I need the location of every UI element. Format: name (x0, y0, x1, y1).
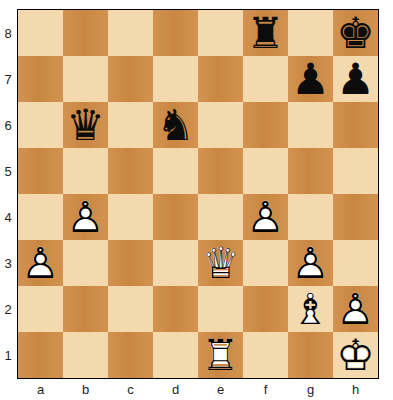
square-g1[interactable] (288, 332, 333, 378)
square-f8[interactable]: ♜ (243, 10, 288, 56)
rank-label-8: 8 (0, 10, 16, 56)
black-pawn-glyph: ♟ (288, 56, 333, 102)
white-pawn[interactable]: ♟♙ (243, 194, 288, 240)
square-d1[interactable] (153, 332, 198, 378)
square-f3[interactable] (243, 240, 288, 286)
white-bishop-outline: ♗ (288, 286, 333, 332)
square-b6[interactable]: ♛ (63, 102, 108, 148)
file-label-g: g (288, 380, 333, 398)
white-rook[interactable]: ♜♖ (198, 332, 243, 378)
square-e2[interactable] (198, 286, 243, 332)
white-king[interactable]: ♚♔ (333, 332, 378, 378)
square-e3[interactable]: ♛♕ (198, 240, 243, 286)
square-a4[interactable] (18, 194, 63, 240)
square-e6[interactable] (198, 102, 243, 148)
square-g8[interactable] (288, 10, 333, 56)
square-e8[interactable] (198, 10, 243, 56)
rank-label-7: 7 (0, 56, 16, 102)
rank-labels: 87654321 (0, 10, 16, 378)
square-f6[interactable] (243, 102, 288, 148)
square-d3[interactable] (153, 240, 198, 286)
square-g2[interactable]: ♝♗ (288, 286, 333, 332)
black-king[interactable]: ♚ (333, 10, 378, 56)
square-f5[interactable] (243, 148, 288, 194)
square-a2[interactable] (18, 286, 63, 332)
black-rook-glyph: ♜ (243, 10, 288, 56)
square-d4[interactable] (153, 194, 198, 240)
black-queen[interactable]: ♛ (63, 102, 108, 148)
square-a6[interactable] (18, 102, 63, 148)
file-label-h: h (333, 380, 378, 398)
square-b2[interactable] (63, 286, 108, 332)
square-d8[interactable] (153, 10, 198, 56)
square-d7[interactable] (153, 56, 198, 102)
square-h5[interactable] (333, 148, 378, 194)
square-c3[interactable] (108, 240, 153, 286)
square-b5[interactable] (63, 148, 108, 194)
square-f7[interactable] (243, 56, 288, 102)
white-pawn-outline: ♙ (63, 194, 108, 240)
square-a8[interactable] (18, 10, 63, 56)
white-bishop[interactable]: ♝♗ (288, 286, 333, 332)
file-label-a: a (18, 380, 63, 398)
square-e7[interactable] (198, 56, 243, 102)
square-g6[interactable] (288, 102, 333, 148)
square-a5[interactable] (18, 148, 63, 194)
square-f4[interactable]: ♟♙ (243, 194, 288, 240)
square-h8[interactable]: ♚ (333, 10, 378, 56)
square-h2[interactable]: ♟♙ (333, 286, 378, 332)
white-pawn-outline: ♙ (288, 240, 333, 286)
square-h4[interactable] (333, 194, 378, 240)
square-b7[interactable] (63, 56, 108, 102)
black-knight[interactable]: ♞ (153, 102, 198, 148)
square-h1[interactable]: ♚♔ (333, 332, 378, 378)
rank-label-3: 3 (0, 240, 16, 286)
rank-label-4: 4 (0, 194, 16, 240)
white-rook-outline: ♖ (198, 332, 243, 378)
square-c8[interactable] (108, 10, 153, 56)
rank-label-5: 5 (0, 148, 16, 194)
white-pawn-outline: ♙ (333, 286, 378, 332)
rank-label-1: 1 (0, 332, 16, 378)
square-g7[interactable]: ♟ (288, 56, 333, 102)
square-b1[interactable] (63, 332, 108, 378)
square-c4[interactable] (108, 194, 153, 240)
black-knight-glyph: ♞ (153, 102, 198, 148)
square-d5[interactable] (153, 148, 198, 194)
file-label-b: b (63, 380, 108, 398)
white-queen[interactable]: ♛♕ (198, 240, 243, 286)
square-h6[interactable] (333, 102, 378, 148)
square-c5[interactable] (108, 148, 153, 194)
square-c7[interactable] (108, 56, 153, 102)
file-labels: abcdefgh (18, 380, 378, 398)
white-pawn[interactable]: ♟♙ (18, 240, 63, 286)
file-label-c: c (108, 380, 153, 398)
chess-board: ♜♚♟♟♛♞♟♙♟♙♟♙♛♕♟♙♝♗♟♙♜♖♚♔ (17, 9, 379, 379)
square-c6[interactable] (108, 102, 153, 148)
square-g3[interactable]: ♟♙ (288, 240, 333, 286)
square-e5[interactable] (198, 148, 243, 194)
square-b3[interactable] (63, 240, 108, 286)
white-pawn[interactable]: ♟♙ (288, 240, 333, 286)
file-label-f: f (243, 380, 288, 398)
square-b4[interactable]: ♟♙ (63, 194, 108, 240)
square-d2[interactable] (153, 286, 198, 332)
file-label-e: e (198, 380, 243, 398)
square-a7[interactable] (18, 56, 63, 102)
square-a3[interactable]: ♟♙ (18, 240, 63, 286)
white-king-outline: ♔ (333, 332, 378, 378)
square-e4[interactable] (198, 194, 243, 240)
black-pawn[interactable]: ♟ (288, 56, 333, 102)
white-pawn[interactable]: ♟♙ (63, 194, 108, 240)
rank-label-2: 2 (0, 286, 16, 332)
square-e1[interactable]: ♜♖ (198, 332, 243, 378)
white-pawn-outline: ♙ (243, 194, 288, 240)
square-c2[interactable] (108, 286, 153, 332)
chess-diagram: 87654321 ♜♚♟♟♛♞♟♙♟♙♟♙♛♕♟♙♝♗♟♙♜♖♚♔ abcdef… (0, 0, 393, 400)
black-pawn[interactable]: ♟ (333, 56, 378, 102)
black-rook[interactable]: ♜ (243, 10, 288, 56)
square-b8[interactable] (63, 10, 108, 56)
square-c1[interactable] (108, 332, 153, 378)
square-d6[interactable]: ♞ (153, 102, 198, 148)
square-h3[interactable] (333, 240, 378, 286)
square-f2[interactable] (243, 286, 288, 332)
square-f1[interactable] (243, 332, 288, 378)
white-queen-outline: ♕ (198, 240, 243, 286)
square-a1[interactable] (18, 332, 63, 378)
square-g5[interactable] (288, 148, 333, 194)
white-pawn-outline: ♙ (18, 240, 63, 286)
black-pawn-glyph: ♟ (333, 56, 378, 102)
square-g4[interactable] (288, 194, 333, 240)
black-queen-glyph: ♛ (63, 102, 108, 148)
file-label-d: d (153, 380, 198, 398)
white-pawn[interactable]: ♟♙ (333, 286, 378, 332)
black-king-glyph: ♚ (333, 10, 378, 56)
square-h7[interactable]: ♟ (333, 56, 378, 102)
rank-label-6: 6 (0, 102, 16, 148)
